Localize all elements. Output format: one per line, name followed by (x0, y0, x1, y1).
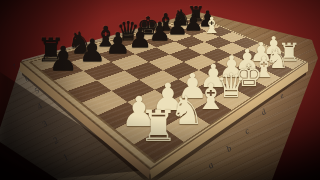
piece-black-P-a7[interactable]: ♟ (48, 42, 78, 75)
decor-white-bishop[interactable]: ♝ (202, 13, 222, 35)
piece-white-R-a1[interactable]: ♜ (139, 105, 178, 148)
piece-black-P-c7[interactable]: ♟ (105, 29, 131, 58)
chess-scene: abcdef1234567 ♜♞♝♛♚♝♞♜♟♟♟♟♟♟♟♟♟♟♟♟♟♟♟♟♜♞… (0, 0, 320, 180)
piece-black-P-b7[interactable]: ♟ (79, 35, 107, 66)
piece-black-P-d7[interactable]: ♟ (128, 24, 152, 51)
